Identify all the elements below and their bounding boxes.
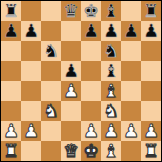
square-a4[interactable] <box>1 81 21 101</box>
black-pawn-g7: ♟ <box>123 21 139 41</box>
square-g2[interactable]: ♟ <box>121 121 141 141</box>
square-d2[interactable] <box>61 121 81 141</box>
square-c8[interactable] <box>41 1 61 21</box>
square-h4[interactable] <box>141 81 161 101</box>
white-rook-a1: ♜ <box>3 141 19 161</box>
square-g6[interactable] <box>121 41 141 61</box>
white-knight-c3: ♞ <box>43 101 59 121</box>
square-d6[interactable] <box>61 41 81 61</box>
square-b5[interactable] <box>21 61 41 81</box>
square-f2[interactable]: ♟ <box>101 121 121 141</box>
black-knight-c6: ♞ <box>43 41 59 61</box>
square-b3[interactable] <box>21 101 41 121</box>
black-pawn-e7: ♟ <box>83 21 99 41</box>
square-b2[interactable]: ♟ <box>21 121 41 141</box>
black-pawn-f7: ♟ <box>103 21 119 41</box>
square-e4[interactable] <box>81 81 101 101</box>
square-f4[interactable]: ♝ <box>101 81 121 101</box>
square-b6[interactable] <box>21 41 41 61</box>
white-pawn-f2: ♟ <box>103 121 119 141</box>
black-bishop-f5: ♝ <box>103 61 119 81</box>
black-knight-f6: ♞ <box>103 41 119 61</box>
square-a1[interactable]: ♜ <box>1 141 21 161</box>
square-c3[interactable]: ♞ <box>41 101 61 121</box>
square-c2[interactable] <box>41 121 61 141</box>
white-pawn-b2: ♟ <box>23 121 39 141</box>
black-bishop-f8: ♝ <box>103 1 119 21</box>
square-g5[interactable] <box>121 61 141 81</box>
square-a6[interactable] <box>1 41 21 61</box>
square-h7[interactable]: ♟ <box>141 21 161 41</box>
square-e2[interactable]: ♟ <box>81 121 101 141</box>
square-b7[interactable]: ♟ <box>21 21 41 41</box>
square-c4[interactable] <box>41 81 61 101</box>
square-g1[interactable] <box>121 141 141 161</box>
square-g7[interactable]: ♟ <box>121 21 141 41</box>
white-bishop-f4: ♝ <box>103 81 119 101</box>
square-e8[interactable]: ♚ <box>81 1 101 21</box>
square-e3[interactable] <box>81 101 101 121</box>
chess-board: ♜♛♚♝♜♟♟♟♟♟♟♞♞♟♝♟♝♞♞♟♟♟♟♟♟♜♛♚♝♜ <box>0 0 162 162</box>
square-g3[interactable] <box>121 101 141 121</box>
square-f1[interactable]: ♝ <box>101 141 121 161</box>
white-queen-d1: ♛ <box>63 141 79 161</box>
square-g4[interactable] <box>121 81 141 101</box>
square-a2[interactable]: ♟ <box>1 121 21 141</box>
square-e1[interactable]: ♚ <box>81 141 101 161</box>
chess-board-frame: ♜♛♚♝♜♟♟♟♟♟♟♞♞♟♝♟♝♞♞♟♟♟♟♟♟♜♛♚♝♜ <box>0 0 162 162</box>
square-f5[interactable]: ♝ <box>101 61 121 81</box>
black-pawn-h7: ♟ <box>143 21 159 41</box>
white-pawn-a2: ♟ <box>3 121 19 141</box>
square-e6[interactable] <box>81 41 101 61</box>
square-c5[interactable] <box>41 61 61 81</box>
square-g8[interactable] <box>121 1 141 21</box>
square-f3[interactable]: ♞ <box>101 101 121 121</box>
square-f8[interactable]: ♝ <box>101 1 121 21</box>
white-pawn-h2: ♟ <box>143 121 159 141</box>
black-pawn-b7: ♟ <box>23 21 39 41</box>
square-c7[interactable] <box>41 21 61 41</box>
square-d5[interactable]: ♟ <box>61 61 81 81</box>
square-a3[interactable] <box>1 101 21 121</box>
square-d3[interactable] <box>61 101 81 121</box>
black-king-e8: ♚ <box>83 1 99 21</box>
square-h2[interactable]: ♟ <box>141 121 161 141</box>
black-rook-h8: ♜ <box>143 1 159 21</box>
square-a7[interactable]: ♟ <box>1 21 21 41</box>
square-b8[interactable] <box>21 1 41 21</box>
white-king-e1: ♚ <box>83 141 99 161</box>
white-pawn-g2: ♟ <box>123 121 139 141</box>
square-h5[interactable] <box>141 61 161 81</box>
black-rook-a8: ♜ <box>3 1 19 21</box>
square-d8[interactable]: ♛ <box>61 1 81 21</box>
square-h8[interactable]: ♜ <box>141 1 161 21</box>
white-bishop-f1: ♝ <box>103 141 119 161</box>
square-b1[interactable] <box>21 141 41 161</box>
square-d4[interactable]: ♟ <box>61 81 81 101</box>
square-b4[interactable] <box>21 81 41 101</box>
square-h3[interactable] <box>141 101 161 121</box>
square-f7[interactable]: ♟ <box>101 21 121 41</box>
square-d7[interactable] <box>61 21 81 41</box>
square-h1[interactable]: ♜ <box>141 141 161 161</box>
black-pawn-d5: ♟ <box>63 61 79 81</box>
square-h6[interactable] <box>141 41 161 61</box>
square-e7[interactable]: ♟ <box>81 21 101 41</box>
square-f6[interactable]: ♞ <box>101 41 121 61</box>
square-c6[interactable]: ♞ <box>41 41 61 61</box>
white-pawn-e2: ♟ <box>83 121 99 141</box>
square-c1[interactable] <box>41 141 61 161</box>
square-a8[interactable]: ♜ <box>1 1 21 21</box>
white-rook-h1: ♜ <box>143 141 159 161</box>
black-queen-d8: ♛ <box>63 1 79 21</box>
white-knight-f3: ♞ <box>103 101 119 121</box>
square-a5[interactable] <box>1 61 21 81</box>
square-d1[interactable]: ♛ <box>61 141 81 161</box>
square-e5[interactable] <box>81 61 101 81</box>
white-pawn-d4: ♟ <box>63 81 79 101</box>
black-pawn-a7: ♟ <box>3 21 19 41</box>
